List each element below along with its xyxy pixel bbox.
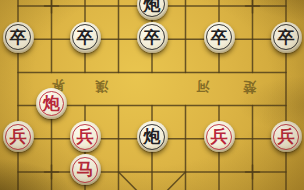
piece-red-cannon-b5[interactable]: 炮: [36, 88, 67, 119]
piece-grid: 炮卒卒卒卒卒炮兵兵炮兵兵马: [1, 0, 303, 189]
piece-black-soldier-e3[interactable]: 卒: [137, 22, 168, 53]
piece-glyph: 兵: [77, 128, 94, 145]
piece-glyph: 卒: [144, 29, 161, 46]
piece-glyph: 炮: [144, 128, 161, 145]
xiangqi-board-photo: 界漢河楚 炮卒卒卒卒卒炮兵兵炮兵兵马: [0, 0, 304, 190]
piece-glyph: 兵: [10, 128, 27, 145]
piece-red-soldier-i6[interactable]: 兵: [271, 121, 302, 152]
piece-black-soldier-a3[interactable]: 卒: [3, 22, 34, 53]
piece-glyph: 卒: [278, 29, 295, 46]
piece-black-cannon-e6[interactable]: 炮: [137, 121, 168, 152]
piece-glyph: 卒: [77, 29, 94, 46]
piece-red-soldier-a6[interactable]: 兵: [3, 121, 34, 152]
piece-black-cannon-e2[interactable]: 炮: [137, 0, 168, 20]
piece-glyph: 兵: [278, 128, 295, 145]
piece-glyph: 炮: [43, 95, 60, 112]
piece-black-soldier-c3[interactable]: 卒: [70, 22, 101, 53]
piece-glyph: 卒: [10, 29, 27, 46]
piece-black-soldier-i3[interactable]: 卒: [271, 22, 302, 53]
piece-glyph: 炮: [144, 0, 161, 13]
piece-glyph: 卒: [211, 29, 228, 46]
piece-glyph: 马: [77, 161, 94, 178]
piece-black-soldier-g3[interactable]: 卒: [204, 22, 235, 53]
piece-red-horse-c7[interactable]: 马: [70, 154, 101, 185]
piece-glyph: 兵: [211, 128, 228, 145]
piece-red-soldier-c6[interactable]: 兵: [70, 121, 101, 152]
piece-red-soldier-g6[interactable]: 兵: [204, 121, 235, 152]
